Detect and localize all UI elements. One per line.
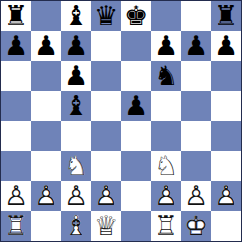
piece-white-king-g1[interactable]: ♚♔: [181, 211, 211, 241]
white-pawn-glyph-outline: ♙: [31, 181, 61, 211]
square-c2[interactable]: ♟♙: [61, 181, 91, 211]
square-a2[interactable]: ♟♙: [1, 181, 31, 211]
square-e5[interactable]: ♟: [121, 91, 151, 121]
square-h4[interactable]: [211, 121, 241, 151]
square-a4[interactable]: [1, 121, 31, 151]
square-h3[interactable]: [211, 151, 241, 181]
square-f3[interactable]: ♞♘: [151, 151, 181, 181]
square-g4[interactable]: [181, 121, 211, 151]
piece-white-pawn-b2[interactable]: ♟♙: [31, 181, 61, 211]
white-queen-glyph-outline: ♕: [91, 211, 121, 241]
square-c4[interactable]: [61, 121, 91, 151]
square-b6[interactable]: [31, 61, 61, 91]
square-h7[interactable]: ♟: [211, 31, 241, 61]
white-pawn-glyph-outline: ♙: [1, 181, 31, 211]
square-a6[interactable]: [1, 61, 31, 91]
piece-white-pawn-g2[interactable]: ♟♙: [181, 181, 211, 211]
piece-black-pawn-g7[interactable]: ♟: [181, 31, 211, 61]
square-d4[interactable]: [91, 121, 121, 151]
square-g7[interactable]: ♟: [181, 31, 211, 61]
white-bishop-glyph-outline: ♗: [61, 211, 91, 241]
square-b4[interactable]: [31, 121, 61, 151]
white-pawn-glyph-outline: ♙: [181, 181, 211, 211]
square-e7[interactable]: [121, 31, 151, 61]
white-rook-glyph-outline: ♖: [1, 211, 31, 241]
white-rook-glyph-outline: ♖: [151, 211, 181, 241]
piece-white-pawn-d2[interactable]: ♟♙: [91, 181, 121, 211]
square-g6[interactable]: [181, 61, 211, 91]
square-c1[interactable]: ♝♗: [61, 211, 91, 241]
piece-black-pawn-a7[interactable]: ♟: [1, 31, 31, 61]
square-f6[interactable]: ♞: [151, 61, 181, 91]
square-f2[interactable]: ♟♙: [151, 181, 181, 211]
piece-black-pawn-c7[interactable]: ♟: [61, 31, 91, 61]
square-c8[interactable]: ♝: [61, 1, 91, 31]
piece-black-queen-d8[interactable]: ♛: [91, 1, 121, 31]
piece-black-pawn-c6[interactable]: ♟: [61, 61, 91, 91]
piece-white-rook-f1[interactable]: ♜♖: [151, 211, 181, 241]
square-d2[interactable]: ♟♙: [91, 181, 121, 211]
white-pawn-glyph-outline: ♙: [91, 181, 121, 211]
piece-white-pawn-f2[interactable]: ♟♙: [151, 181, 181, 211]
square-e6[interactable]: [121, 61, 151, 91]
square-e1[interactable]: [121, 211, 151, 241]
square-e4[interactable]: [121, 121, 151, 151]
white-knight-glyph-outline: ♘: [61, 151, 91, 181]
piece-black-rook-a8[interactable]: ♜: [1, 1, 31, 31]
square-e2[interactable]: [121, 181, 151, 211]
square-g8[interactable]: [181, 1, 211, 31]
square-d5[interactable]: [91, 91, 121, 121]
square-g1[interactable]: ♚♔: [181, 211, 211, 241]
piece-black-rook-h8[interactable]: ♜: [211, 1, 241, 31]
piece-black-pawn-e5[interactable]: ♟: [121, 91, 151, 121]
square-d8[interactable]: ♛: [91, 1, 121, 31]
square-c7[interactable]: ♟: [61, 31, 91, 61]
square-a5[interactable]: [1, 91, 31, 121]
piece-black-knight-f6[interactable]: ♞: [151, 61, 181, 91]
white-pawn-glyph-outline: ♙: [211, 181, 241, 211]
square-b1[interactable]: [31, 211, 61, 241]
square-a3[interactable]: [1, 151, 31, 181]
chess-board-container: ♜♝♛♚♜♟♟♟♟♟♟♟♞♝♟♞♘♞♘♟♙♟♙♟♙♟♙♟♙♟♙♟♙♜♖♝♗♛♕♜…: [0, 0, 242, 242]
square-g5[interactable]: [181, 91, 211, 121]
square-h2[interactable]: ♟♙: [211, 181, 241, 211]
square-f8[interactable]: [151, 1, 181, 31]
square-c6[interactable]: ♟: [61, 61, 91, 91]
piece-black-pawn-b7[interactable]: ♟: [31, 31, 61, 61]
square-f4[interactable]: [151, 121, 181, 151]
white-king-glyph-outline: ♔: [181, 211, 211, 241]
piece-white-pawn-a2[interactable]: ♟♙: [1, 181, 31, 211]
piece-black-bishop-c8[interactable]: ♝: [61, 1, 91, 31]
piece-black-pawn-f7[interactable]: ♟: [151, 31, 181, 61]
square-g3[interactable]: [181, 151, 211, 181]
white-knight-glyph-outline: ♘: [151, 151, 181, 181]
square-d3[interactable]: [91, 151, 121, 181]
piece-white-pawn-c2[interactable]: ♟♙: [61, 181, 91, 211]
piece-white-queen-d1[interactable]: ♛♕: [91, 211, 121, 241]
square-e8[interactable]: ♚: [121, 1, 151, 31]
piece-black-pawn-h7[interactable]: ♟: [211, 31, 241, 61]
piece-white-knight-c3[interactable]: ♞♘: [61, 151, 91, 181]
square-f7[interactable]: ♟: [151, 31, 181, 61]
square-e3[interactable]: [121, 151, 151, 181]
square-g2[interactable]: ♟♙: [181, 181, 211, 211]
chess-board: ♜♝♛♚♜♟♟♟♟♟♟♟♞♝♟♞♘♞♘♟♙♟♙♟♙♟♙♟♙♟♙♟♙♜♖♝♗♛♕♜…: [0, 0, 242, 242]
square-f1[interactable]: ♜♖: [151, 211, 181, 241]
piece-black-king-e8[interactable]: ♚: [121, 1, 151, 31]
square-b5[interactable]: [31, 91, 61, 121]
piece-black-bishop-c5[interactable]: ♝: [61, 91, 91, 121]
square-b7[interactable]: ♟: [31, 31, 61, 61]
square-b3[interactable]: [31, 151, 61, 181]
piece-white-knight-f3[interactable]: ♞♘: [151, 151, 181, 181]
square-b2[interactable]: ♟♙: [31, 181, 61, 211]
square-h6[interactable]: [211, 61, 241, 91]
square-d7[interactable]: [91, 31, 121, 61]
square-a7[interactable]: ♟: [1, 31, 31, 61]
square-a1[interactable]: ♜♖: [1, 211, 31, 241]
square-h1[interactable]: [211, 211, 241, 241]
square-f5[interactable]: [151, 91, 181, 121]
square-d6[interactable]: [91, 61, 121, 91]
piece-white-rook-a1[interactable]: ♜♖: [1, 211, 31, 241]
white-pawn-glyph-outline: ♙: [61, 181, 91, 211]
square-b8[interactable]: [31, 1, 61, 31]
white-pawn-glyph-outline: ♙: [151, 181, 181, 211]
square-h8[interactable]: ♜: [211, 1, 241, 31]
piece-white-bishop-c1[interactable]: ♝♗: [61, 211, 91, 241]
square-a8[interactable]: ♜: [1, 1, 31, 31]
square-d1[interactable]: ♛♕: [91, 211, 121, 241]
square-c5[interactable]: ♝: [61, 91, 91, 121]
piece-white-pawn-h2[interactable]: ♟♙: [211, 181, 241, 211]
square-c3[interactable]: ♞♘: [61, 151, 91, 181]
square-h5[interactable]: [211, 91, 241, 121]
